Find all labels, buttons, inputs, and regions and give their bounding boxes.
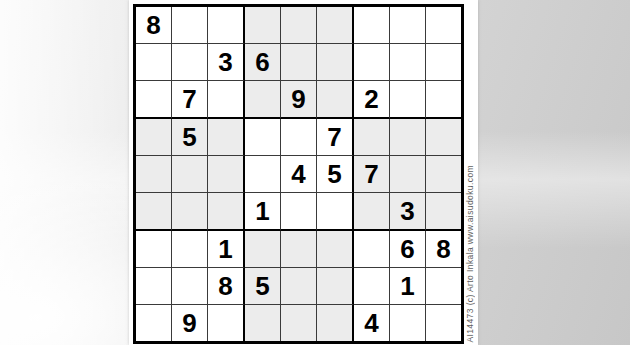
cell-r2c3[interactable]: 3 <box>208 44 245 81</box>
cell-r6c2[interactable] <box>172 193 208 231</box>
cell-r4c6[interactable]: 7 <box>317 119 354 156</box>
cell-r4c5[interactable] <box>281 119 317 156</box>
cell-r3c4[interactable] <box>245 81 281 119</box>
cell-r3c2[interactable]: 7 <box>172 81 208 119</box>
cell-r7c6[interactable] <box>317 231 354 268</box>
cell-r4c8[interactable] <box>390 119 426 156</box>
cell-r4c3[interactable] <box>208 119 245 156</box>
cell-r1c1[interactable]: 8 <box>136 7 172 44</box>
cell-r7c5[interactable] <box>281 231 317 268</box>
cell-r5c6[interactable]: 5 <box>317 156 354 193</box>
cell-r7c8[interactable]: 6 <box>390 231 426 268</box>
cell-r8c5[interactable] <box>281 268 317 305</box>
cell-r6c4[interactable]: 1 <box>245 193 281 231</box>
cell-r4c1[interactable] <box>136 119 172 156</box>
cell-r9c1[interactable] <box>136 305 172 341</box>
cell-r4c9[interactable] <box>426 119 461 156</box>
cell-r7c7[interactable] <box>354 231 390 268</box>
copyright-credit: AI14473 (c) Arto Inkala www.aisudoku.com <box>465 165 475 343</box>
cell-r8c1[interactable] <box>136 268 172 305</box>
cell-r8c2[interactable] <box>172 268 208 305</box>
cell-r6c7[interactable] <box>354 193 390 231</box>
cell-r9c2[interactable]: 9 <box>172 305 208 341</box>
cell-r1c2[interactable] <box>172 7 208 44</box>
cell-r6c3[interactable] <box>208 193 245 231</box>
cell-r6c8[interactable]: 3 <box>390 193 426 231</box>
cell-r4c2[interactable]: 5 <box>172 119 208 156</box>
cell-r7c9[interactable]: 8 <box>426 231 461 268</box>
cell-r7c1[interactable] <box>136 231 172 268</box>
cell-r8c3[interactable]: 8 <box>208 268 245 305</box>
cell-r7c2[interactable] <box>172 231 208 268</box>
cell-r1c4[interactable] <box>245 7 281 44</box>
cell-r5c4[interactable] <box>245 156 281 193</box>
cell-r9c4[interactable] <box>245 305 281 341</box>
cell-r8c8[interactable]: 1 <box>390 268 426 305</box>
cell-r9c7[interactable]: 4 <box>354 305 390 341</box>
cell-r5c7[interactable]: 7 <box>354 156 390 193</box>
cell-r2c8[interactable] <box>390 44 426 81</box>
cell-r1c5[interactable] <box>281 7 317 44</box>
cell-r9c8[interactable] <box>390 305 426 341</box>
cell-r4c7[interactable] <box>354 119 390 156</box>
cell-r9c5[interactable] <box>281 305 317 341</box>
cell-r3c9[interactable] <box>426 81 461 119</box>
screenshot-root: { "game": "sudoku", "title": "Sudoku puz… <box>0 0 630 345</box>
cell-r8c6[interactable] <box>317 268 354 305</box>
cell-r8c7[interactable] <box>354 268 390 305</box>
cell-r9c9[interactable] <box>426 305 461 341</box>
cell-r6c1[interactable] <box>136 193 172 231</box>
cell-r3c1[interactable] <box>136 81 172 119</box>
cell-r6c9[interactable] <box>426 193 461 231</box>
cell-r7c4[interactable] <box>245 231 281 268</box>
cell-r8c9[interactable] <box>426 268 461 305</box>
cell-r9c6[interactable] <box>317 305 354 341</box>
cell-r3c6[interactable] <box>317 81 354 119</box>
cell-r3c5[interactable]: 9 <box>281 81 317 119</box>
cell-r1c7[interactable] <box>354 7 390 44</box>
cell-r1c8[interactable] <box>390 7 426 44</box>
cell-r2c7[interactable] <box>354 44 390 81</box>
cell-r2c6[interactable] <box>317 44 354 81</box>
cell-r2c5[interactable] <box>281 44 317 81</box>
cell-r8c4[interactable]: 5 <box>245 268 281 305</box>
sudoku-board: 836792574571316885194 <box>133 4 464 344</box>
cell-r1c6[interactable] <box>317 7 354 44</box>
cell-r5c3[interactable] <box>208 156 245 193</box>
cell-r9c3[interactable] <box>208 305 245 341</box>
cell-r4c4[interactable] <box>245 119 281 156</box>
cell-r5c8[interactable] <box>390 156 426 193</box>
cell-r5c5[interactable]: 4 <box>281 156 317 193</box>
cell-r6c6[interactable] <box>317 193 354 231</box>
cell-r2c1[interactable] <box>136 44 172 81</box>
cell-r5c1[interactable] <box>136 156 172 193</box>
cell-r3c7[interactable]: 2 <box>354 81 390 119</box>
cell-r7c3[interactable]: 1 <box>208 231 245 268</box>
cell-r2c4[interactable]: 6 <box>245 44 281 81</box>
puzzle-panel: 836792574571316885194 AI14473 (c) Arto I… <box>129 0 478 345</box>
cell-r3c3[interactable] <box>208 81 245 119</box>
cell-r1c9[interactable] <box>426 7 461 44</box>
cell-r2c2[interactable] <box>172 44 208 81</box>
cell-r2c9[interactable] <box>426 44 461 81</box>
cell-r3c8[interactable] <box>390 81 426 119</box>
cell-r5c2[interactable] <box>172 156 208 193</box>
cell-r1c3[interactable] <box>208 7 245 44</box>
cell-r5c9[interactable] <box>426 156 461 193</box>
cell-r6c5[interactable] <box>281 193 317 231</box>
